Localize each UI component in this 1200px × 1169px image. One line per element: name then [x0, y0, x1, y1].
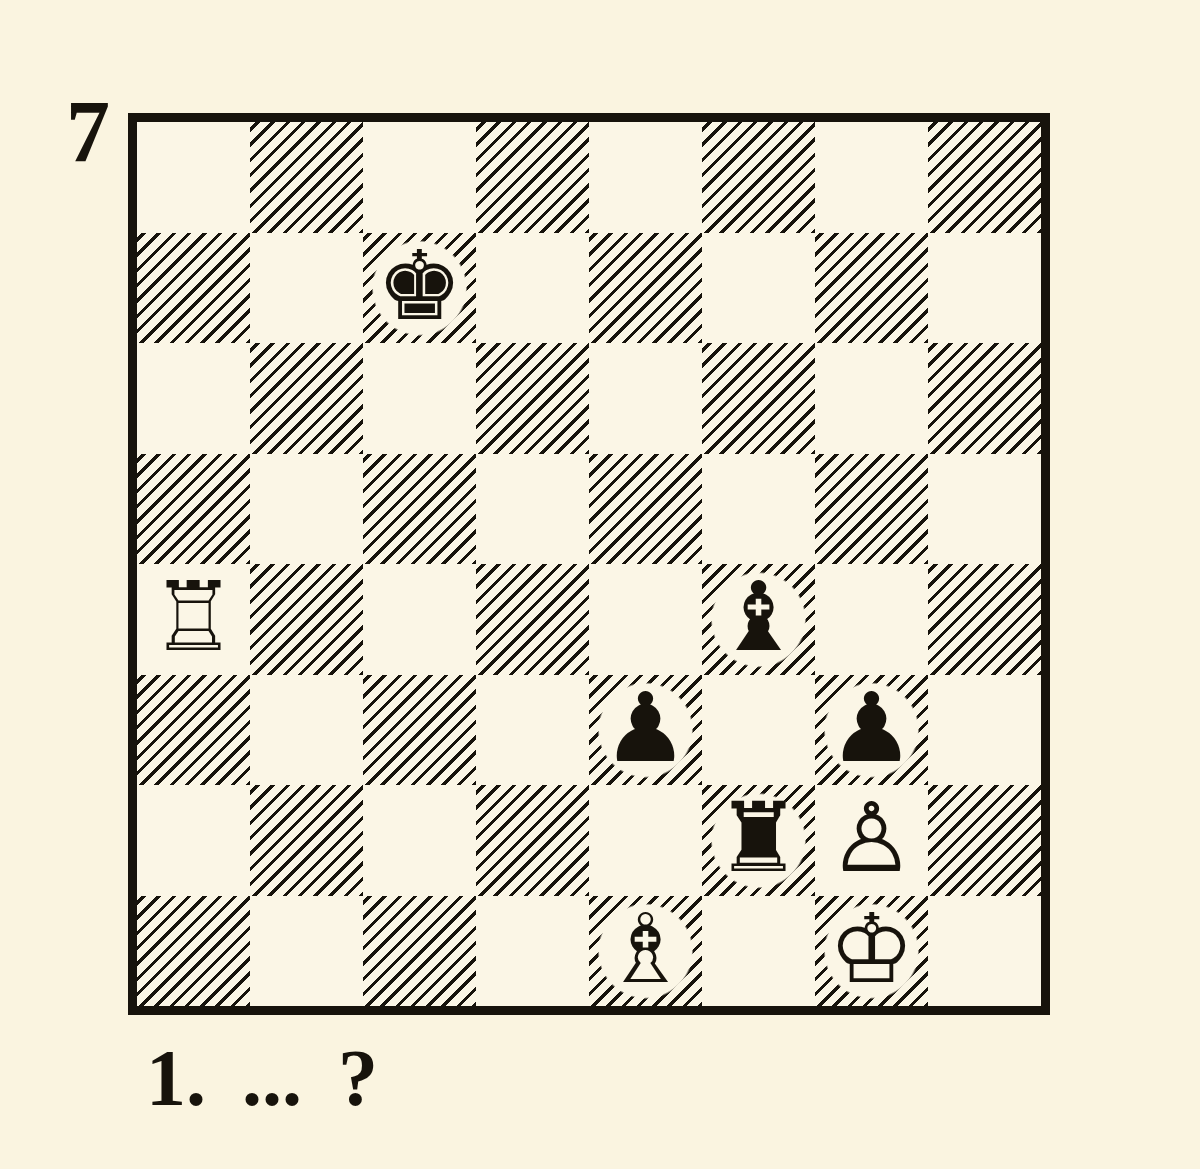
square-d8[interactable]: [476, 122, 589, 233]
square-e8[interactable]: [589, 122, 702, 233]
square-b7[interactable]: [250, 233, 363, 344]
piece-black-bishop[interactable]: ♝: [702, 562, 815, 673]
square-d6[interactable]: [476, 343, 589, 454]
square-g4[interactable]: [815, 564, 928, 675]
square-e2[interactable]: [589, 785, 702, 896]
square-c4[interactable]: [363, 564, 476, 675]
square-f5[interactable]: [702, 454, 815, 565]
square-g3[interactable]: ♟: [815, 675, 928, 786]
square-g8[interactable]: [815, 122, 928, 233]
board-grid: ♚♖♝♟♟♜♙♗♔: [137, 122, 1041, 1006]
move-prompt-caption: 1. ... ?: [146, 1038, 378, 1118]
square-g6[interactable]: [815, 343, 928, 454]
square-c1[interactable]: [363, 896, 476, 1007]
square-a6[interactable]: [137, 343, 250, 454]
piece-black-rook[interactable]: ♜: [702, 783, 815, 894]
square-f7[interactable]: [702, 233, 815, 344]
square-b4[interactable]: [250, 564, 363, 675]
square-b3[interactable]: [250, 675, 363, 786]
square-b2[interactable]: [250, 785, 363, 896]
square-d3[interactable]: [476, 675, 589, 786]
square-e1[interactable]: ♗: [589, 896, 702, 1007]
square-b6[interactable]: [250, 343, 363, 454]
square-g5[interactable]: [815, 454, 928, 565]
square-d7[interactable]: [476, 233, 589, 344]
piece-black-pawn[interactable]: ♟: [589, 673, 702, 784]
square-c3[interactable]: [363, 675, 476, 786]
square-f1[interactable]: [702, 896, 815, 1007]
square-a8[interactable]: [137, 122, 250, 233]
square-c8[interactable]: [363, 122, 476, 233]
square-h2[interactable]: [928, 785, 1041, 896]
square-e5[interactable]: [589, 454, 702, 565]
square-a2[interactable]: [137, 785, 250, 896]
square-g7[interactable]: [815, 233, 928, 344]
square-b5[interactable]: [250, 454, 363, 565]
square-a3[interactable]: [137, 675, 250, 786]
square-c7[interactable]: ♚: [363, 233, 476, 344]
square-a4[interactable]: ♖: [137, 564, 250, 675]
square-e7[interactable]: [589, 233, 702, 344]
square-h6[interactable]: [928, 343, 1041, 454]
square-a1[interactable]: [137, 896, 250, 1007]
square-h1[interactable]: [928, 896, 1041, 1007]
square-h4[interactable]: [928, 564, 1041, 675]
square-f3[interactable]: [702, 675, 815, 786]
square-b8[interactable]: [250, 122, 363, 233]
square-f2[interactable]: ♜: [702, 785, 815, 896]
square-d2[interactable]: [476, 785, 589, 896]
piece-white-bishop[interactable]: ♗: [589, 894, 702, 1005]
piece-black-king[interactable]: ♚: [363, 231, 476, 342]
diagram-number: 7: [66, 88, 110, 176]
square-g2[interactable]: ♙: [815, 785, 928, 896]
square-c2[interactable]: [363, 785, 476, 896]
square-f8[interactable]: [702, 122, 815, 233]
square-b1[interactable]: [250, 896, 363, 1007]
square-e6[interactable]: [589, 343, 702, 454]
piece-white-king[interactable]: ♔: [815, 894, 928, 1005]
square-e4[interactable]: [589, 564, 702, 675]
square-c6[interactable]: [363, 343, 476, 454]
square-a7[interactable]: [137, 233, 250, 344]
square-f6[interactable]: [702, 343, 815, 454]
square-e3[interactable]: ♟: [589, 675, 702, 786]
square-g1[interactable]: ♔: [815, 896, 928, 1007]
square-a5[interactable]: [137, 454, 250, 565]
piece-white-rook[interactable]: ♖: [137, 562, 250, 673]
chess-board: ♚♖♝♟♟♜♙♗♔: [128, 113, 1050, 1015]
square-h7[interactable]: [928, 233, 1041, 344]
square-c5[interactable]: [363, 454, 476, 565]
square-d1[interactable]: [476, 896, 589, 1007]
square-f4[interactable]: ♝: [702, 564, 815, 675]
piece-white-pawn[interactable]: ♙: [815, 783, 928, 894]
square-d4[interactable]: [476, 564, 589, 675]
square-h5[interactable]: [928, 454, 1041, 565]
square-h3[interactable]: [928, 675, 1041, 786]
square-d5[interactable]: [476, 454, 589, 565]
piece-black-pawn[interactable]: ♟: [815, 673, 928, 784]
square-h8[interactable]: [928, 122, 1041, 233]
